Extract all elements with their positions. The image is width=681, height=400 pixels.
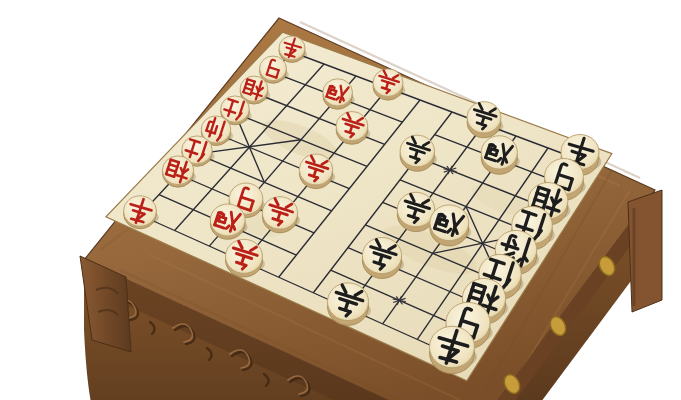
piece-black-soldier[interactable] — [467, 102, 501, 138]
piece-black-cannon[interactable] — [481, 136, 517, 175]
piece-black-soldier[interactable] — [400, 135, 434, 171]
piece-red-cannon[interactable] — [323, 79, 353, 109]
xiangqi-table-render — [0, 0, 681, 400]
piece-red-chariot[interactable] — [279, 36, 305, 62]
piece-red-soldier[interactable] — [262, 197, 297, 233]
piece-black-cannon[interactable] — [430, 205, 469, 246]
piece-red-soldier[interactable] — [336, 111, 368, 144]
piece-red-soldier[interactable] — [373, 69, 403, 100]
piece-black-soldier[interactable] — [328, 283, 369, 326]
scene — [0, 0, 681, 400]
piece-black-chariot[interactable] — [430, 326, 475, 374]
piece-black-soldier[interactable] — [362, 238, 401, 279]
piece-black-soldier[interactable] — [397, 192, 435, 231]
piece-red-elephant[interactable] — [162, 156, 193, 187]
piece-red-soldier[interactable] — [226, 239, 263, 277]
piece-red-soldier[interactable] — [299, 154, 333, 188]
piece-red-cannon[interactable] — [210, 204, 245, 239]
piece-red-chariot[interactable] — [124, 196, 157, 229]
